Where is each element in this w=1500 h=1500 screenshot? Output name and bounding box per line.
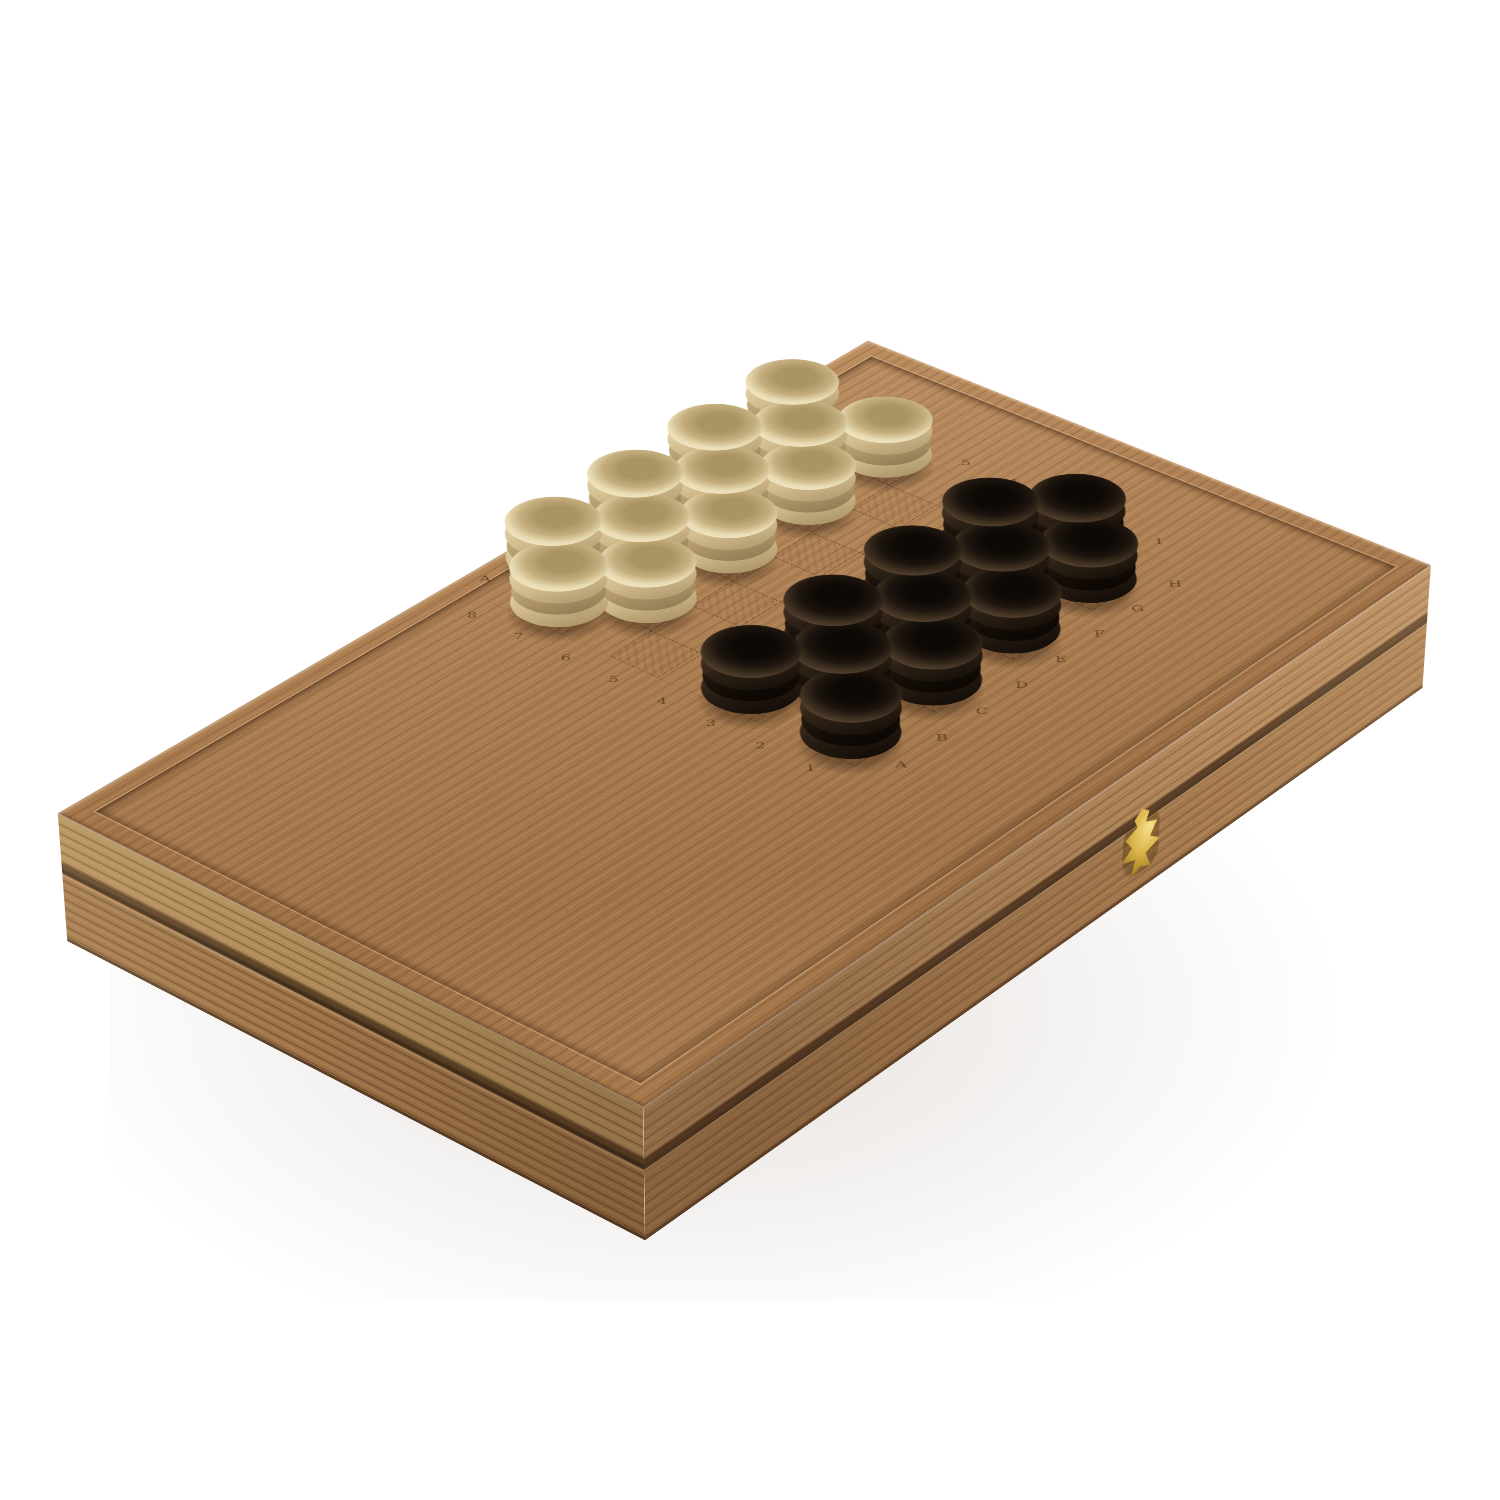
file-label-left-F: F xyxy=(682,455,693,464)
file-label-right-F: F xyxy=(1094,629,1106,639)
rank-label-top-3: 3 xyxy=(1056,497,1066,506)
rank-label-top-1: 1 xyxy=(1154,537,1165,546)
rank-label-bottom-7: 7 xyxy=(513,631,524,641)
rank-label-top-8: 8 xyxy=(822,401,832,410)
rank-label-top-2: 2 xyxy=(1105,517,1116,526)
rank-label-top-5: 5 xyxy=(961,458,971,467)
file-label-left-C: C xyxy=(562,526,574,535)
rank-label-top-4: 4 xyxy=(1008,477,1018,486)
rank-label-bottom-5: 5 xyxy=(608,674,619,684)
wooden-game-box: 8877665544332211HHGGFFEEDDCCBBAA xyxy=(58,340,1431,1107)
brass-clasp-icon xyxy=(1119,794,1163,896)
file-label-left-H: H xyxy=(759,410,772,419)
file-label-right-H: H xyxy=(1168,579,1183,589)
rank-label-bottom-6: 6 xyxy=(561,652,572,662)
file-label-left-G: G xyxy=(721,433,733,442)
file-label-right-G: G xyxy=(1131,604,1144,614)
rank-label-bottom-8: 8 xyxy=(467,610,478,620)
file-label-left-A: A xyxy=(479,574,491,584)
perspective-scene: 8877665544332211HHGGFFEEDDCCBBAA xyxy=(0,0,1500,1500)
checker-dark-a1[interactable] xyxy=(779,704,922,781)
rank-label-top-7: 7 xyxy=(868,420,878,429)
product-photo-stage: 8877665544332211HHGGFFEEDDCCBBAA xyxy=(0,0,1500,1500)
rank-label-top-6: 6 xyxy=(914,439,924,448)
file-label-left-B: B xyxy=(521,550,533,559)
file-label-left-E: E xyxy=(643,479,654,488)
file-label-right-E: E xyxy=(1055,654,1067,664)
file-label-left-D: D xyxy=(602,502,615,511)
